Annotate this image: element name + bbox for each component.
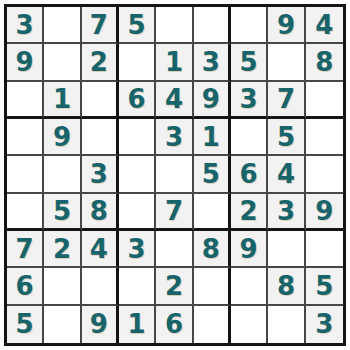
cell-r3c3[interactable] xyxy=(82,82,119,119)
cell-r4c3[interactable] xyxy=(82,119,119,156)
cell-r9c3[interactable]: 9 xyxy=(82,306,119,343)
cell-r2c1[interactable]: 9 xyxy=(7,44,44,81)
cell-r9c6[interactable] xyxy=(194,306,231,343)
cell-r2c6[interactable]: 3 xyxy=(194,44,231,81)
cell-r7c4[interactable]: 3 xyxy=(119,231,156,268)
cell-r2c3[interactable]: 2 xyxy=(82,44,119,81)
cell-r2c8[interactable] xyxy=(268,44,305,81)
cell-r1c8[interactable]: 9 xyxy=(268,7,305,44)
cell-r3c7[interactable]: 3 xyxy=(231,82,268,119)
cell-r5c2[interactable] xyxy=(44,156,81,193)
cell-r9c4[interactable]: 1 xyxy=(119,306,156,343)
cell-r2c5[interactable]: 1 xyxy=(156,44,193,81)
cell-r7c3[interactable]: 4 xyxy=(82,231,119,268)
cell-r5c9[interactable] xyxy=(306,156,343,193)
cell-r8c7[interactable] xyxy=(231,268,268,305)
cell-r4c9[interactable] xyxy=(306,119,343,156)
cell-r1c5[interactable] xyxy=(156,7,193,44)
cell-r7c8[interactable] xyxy=(268,231,305,268)
cell-r6c5[interactable]: 7 xyxy=(156,194,193,231)
cell-r8c9[interactable]: 5 xyxy=(306,268,343,305)
cell-r7c2[interactable]: 2 xyxy=(44,231,81,268)
cell-r2c7[interactable]: 5 xyxy=(231,44,268,81)
cell-r1c1[interactable]: 3 xyxy=(7,7,44,44)
sudoku-board: 3759492135816493793153564587239724389628… xyxy=(4,4,346,346)
cell-r5c5[interactable] xyxy=(156,156,193,193)
cell-r8c1[interactable]: 6 xyxy=(7,268,44,305)
cell-r6c9[interactable]: 9 xyxy=(306,194,343,231)
cell-r2c9[interactable]: 8 xyxy=(306,44,343,81)
cell-r7c7[interactable]: 9 xyxy=(231,231,268,268)
cell-r5c7[interactable]: 6 xyxy=(231,156,268,193)
cell-r1c6[interactable] xyxy=(194,7,231,44)
cell-r1c7[interactable] xyxy=(231,7,268,44)
cell-r4c5[interactable]: 3 xyxy=(156,119,193,156)
cell-r8c2[interactable] xyxy=(44,268,81,305)
cell-r1c9[interactable]: 4 xyxy=(306,7,343,44)
cell-r9c5[interactable]: 6 xyxy=(156,306,193,343)
cell-r7c6[interactable]: 8 xyxy=(194,231,231,268)
cell-r3c1[interactable] xyxy=(7,82,44,119)
cell-r8c3[interactable] xyxy=(82,268,119,305)
cell-r5c3[interactable]: 3 xyxy=(82,156,119,193)
cell-r4c1[interactable] xyxy=(7,119,44,156)
cell-r8c8[interactable]: 8 xyxy=(268,268,305,305)
cell-r5c1[interactable] xyxy=(7,156,44,193)
cell-r6c3[interactable]: 8 xyxy=(82,194,119,231)
cell-r9c9[interactable]: 3 xyxy=(306,306,343,343)
sudoku-page: 3759492135816493793153564587239724389628… xyxy=(0,0,350,350)
cell-r6c8[interactable]: 3 xyxy=(268,194,305,231)
cell-r4c2[interactable]: 9 xyxy=(44,119,81,156)
cell-r4c6[interactable]: 1 xyxy=(194,119,231,156)
cell-r3c8[interactable]: 7 xyxy=(268,82,305,119)
cell-r6c2[interactable]: 5 xyxy=(44,194,81,231)
cell-r1c2[interactable] xyxy=(44,7,81,44)
cell-r3c9[interactable] xyxy=(306,82,343,119)
cell-r2c2[interactable] xyxy=(44,44,81,81)
cell-r6c6[interactable] xyxy=(194,194,231,231)
cell-r7c5[interactable] xyxy=(156,231,193,268)
cell-r1c3[interactable]: 7 xyxy=(82,7,119,44)
cell-r5c4[interactable] xyxy=(119,156,156,193)
cell-r5c8[interactable]: 4 xyxy=(268,156,305,193)
cell-r9c7[interactable] xyxy=(231,306,268,343)
cell-r8c5[interactable]: 2 xyxy=(156,268,193,305)
cell-r4c4[interactable] xyxy=(119,119,156,156)
cell-r8c6[interactable] xyxy=(194,268,231,305)
cell-r3c2[interactable]: 1 xyxy=(44,82,81,119)
cell-r7c9[interactable] xyxy=(306,231,343,268)
cell-r9c1[interactable]: 5 xyxy=(7,306,44,343)
cell-r9c2[interactable] xyxy=(44,306,81,343)
cell-r4c7[interactable] xyxy=(231,119,268,156)
cell-r4c8[interactable]: 5 xyxy=(268,119,305,156)
cell-r1c4[interactable]: 5 xyxy=(119,7,156,44)
cell-r8c4[interactable] xyxy=(119,268,156,305)
cell-r7c1[interactable]: 7 xyxy=(7,231,44,268)
cell-r9c8[interactable] xyxy=(268,306,305,343)
cell-r6c1[interactable] xyxy=(7,194,44,231)
cell-r6c4[interactable] xyxy=(119,194,156,231)
cell-r6c7[interactable]: 2 xyxy=(231,194,268,231)
cell-r3c4[interactable]: 6 xyxy=(119,82,156,119)
cell-r3c5[interactable]: 4 xyxy=(156,82,193,119)
cell-r5c6[interactable]: 5 xyxy=(194,156,231,193)
cell-r2c4[interactable] xyxy=(119,44,156,81)
cell-r3c6[interactable]: 9 xyxy=(194,82,231,119)
